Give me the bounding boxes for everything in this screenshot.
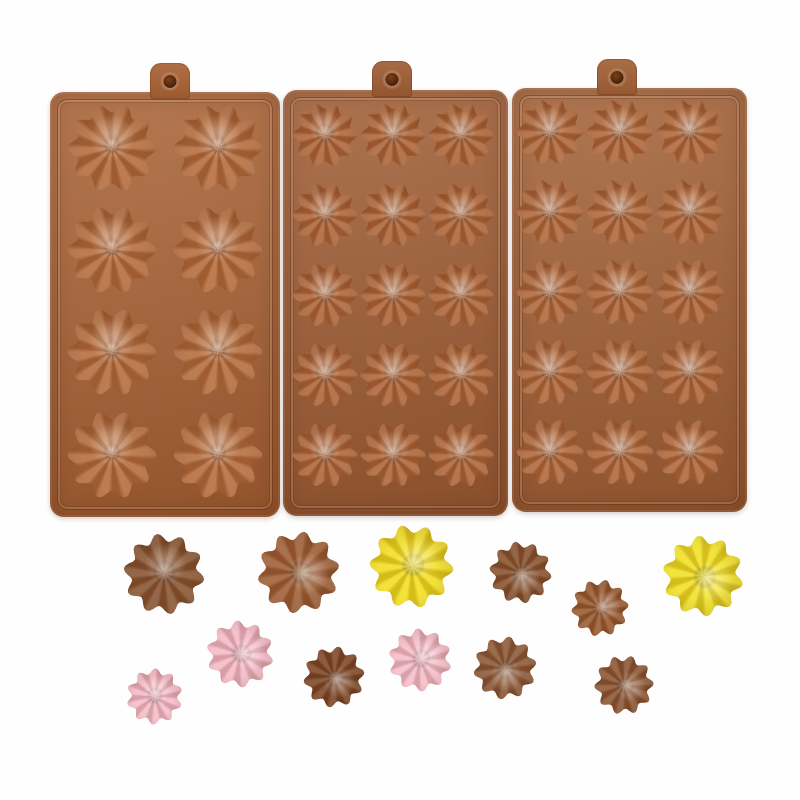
middle-mold xyxy=(283,90,508,516)
mold-cavity xyxy=(360,422,426,488)
flower-center xyxy=(290,561,312,583)
mold-cavity xyxy=(516,258,584,326)
mold-cavity xyxy=(292,102,358,168)
flower-center xyxy=(542,281,558,297)
piece-10-candy_pink xyxy=(375,615,465,705)
piece-1-chocolate_milk xyxy=(118,528,211,621)
mold-cavity xyxy=(173,410,263,500)
piece-5-chocolate_caramel xyxy=(562,570,639,647)
flower-center xyxy=(453,284,469,300)
flower-center xyxy=(411,648,433,670)
mold-cavity xyxy=(292,262,358,328)
flower-center xyxy=(325,668,346,689)
flower-center xyxy=(692,564,719,591)
hanging-hole xyxy=(611,71,624,84)
flower-center xyxy=(612,441,628,457)
flower-center xyxy=(612,361,628,377)
mold-cavity xyxy=(656,98,724,166)
mold-cavity xyxy=(656,338,724,406)
mold-cavity xyxy=(656,258,724,326)
mold-cavity xyxy=(656,178,724,246)
flower-center xyxy=(211,240,225,254)
flower-center xyxy=(618,677,636,695)
mold-cavity xyxy=(67,410,157,500)
flower-center xyxy=(593,598,611,616)
flower-center xyxy=(385,364,401,380)
piece-8-candy_pink xyxy=(203,617,277,691)
hanging-hole xyxy=(164,75,177,88)
mold-cavity xyxy=(586,178,654,246)
flower-center xyxy=(385,284,401,300)
flower-center xyxy=(399,549,428,578)
left-mold xyxy=(50,92,280,517)
mold-cavity xyxy=(428,262,494,328)
flower-center xyxy=(105,138,119,152)
mold-cavity xyxy=(67,307,157,397)
flower-center xyxy=(682,201,698,217)
piece-2-chocolate_caramel xyxy=(251,525,345,619)
flower-center xyxy=(211,445,225,459)
mold-cavity xyxy=(516,338,584,406)
product-photo xyxy=(0,0,800,800)
flower-center xyxy=(511,564,531,584)
flower-center xyxy=(453,444,469,460)
piece-3-candy_yellow xyxy=(351,506,471,626)
flower-center xyxy=(105,342,119,356)
mold-cavity xyxy=(586,258,654,326)
flower-center xyxy=(612,121,628,137)
piece-12-chocolate_milk xyxy=(587,648,660,721)
mold-cavity xyxy=(428,342,494,408)
mold-cavity xyxy=(428,182,494,248)
piece-4-chocolate_milk xyxy=(477,529,562,614)
flower-center xyxy=(453,124,469,140)
flower-center xyxy=(542,441,558,457)
flower-center xyxy=(385,204,401,220)
flower-center xyxy=(317,284,333,300)
flower-center xyxy=(542,201,558,217)
mold-cavity xyxy=(360,182,426,248)
right-mold-hanging-tab xyxy=(597,59,637,95)
flower-center xyxy=(146,685,164,703)
flower-center xyxy=(234,645,252,663)
flower-center xyxy=(542,121,558,137)
mold-cavity xyxy=(360,262,426,328)
mold-cavity xyxy=(516,178,584,246)
mold-cavity xyxy=(173,103,263,193)
flower-center xyxy=(211,138,225,152)
mold-cavity xyxy=(292,422,358,488)
flower-center xyxy=(385,124,401,140)
flower-center xyxy=(682,121,698,137)
piece-11-chocolate_milk xyxy=(468,631,542,705)
flower-center xyxy=(105,445,119,459)
mold-cavity xyxy=(67,205,157,295)
mold-cavity xyxy=(428,422,494,488)
mold-cavity xyxy=(586,418,654,486)
flower-center xyxy=(105,240,119,254)
flower-center xyxy=(211,342,225,356)
mold-cavity xyxy=(586,98,654,166)
right-mold xyxy=(512,88,747,512)
middle-mold-hanging-tab xyxy=(372,61,412,97)
flower-center xyxy=(542,361,558,377)
flower-center xyxy=(153,560,175,582)
piece-6-candy_yellow xyxy=(647,520,759,632)
flower-center xyxy=(317,364,333,380)
mold-cavity xyxy=(586,338,654,406)
hanging-hole xyxy=(386,73,399,86)
mold-cavity xyxy=(360,102,426,168)
piece-7-candy_pink xyxy=(117,659,190,732)
mold-cavity xyxy=(516,418,584,486)
flower-center xyxy=(385,444,401,460)
mold-cavity xyxy=(292,182,358,248)
flower-center xyxy=(317,204,333,220)
piece-9-chocolate_dark xyxy=(290,633,378,721)
flower-center xyxy=(453,204,469,220)
mold-cavity xyxy=(360,342,426,408)
flower-center xyxy=(497,662,515,680)
flower-center xyxy=(317,444,333,460)
mold-cavity xyxy=(292,342,358,408)
mold-cavity xyxy=(516,98,584,166)
mold-cavity xyxy=(656,418,724,486)
left-mold-hanging-tab xyxy=(150,63,190,99)
mold-cavity xyxy=(173,205,263,295)
flower-center xyxy=(612,281,628,297)
mold-cavity xyxy=(67,103,157,193)
mold-cavity xyxy=(428,102,494,168)
flower-center xyxy=(682,281,698,297)
mold-cavity xyxy=(173,307,263,397)
flower-center xyxy=(317,124,333,140)
flower-center xyxy=(453,364,469,380)
flower-center xyxy=(682,441,698,457)
flower-center xyxy=(612,201,628,217)
flower-center xyxy=(682,361,698,377)
